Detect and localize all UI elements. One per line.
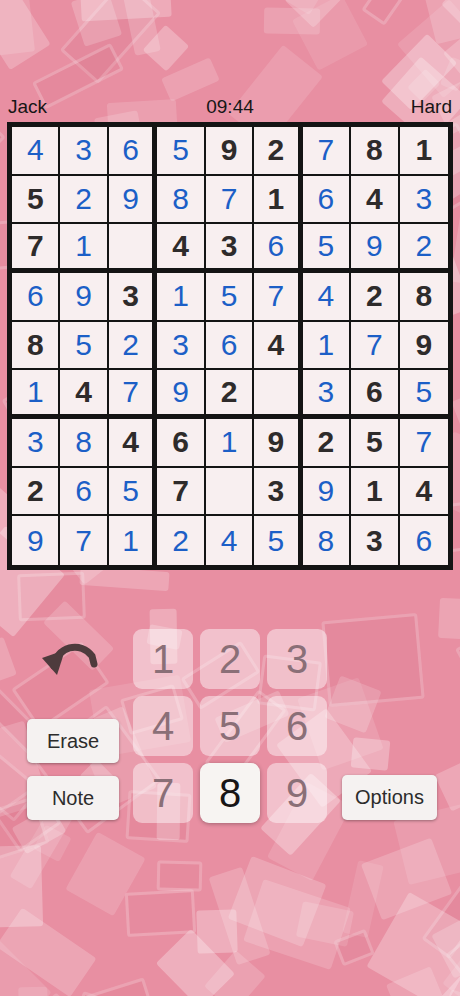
cell-r8c6[interactable]: 3 [254, 468, 302, 517]
undo-arrow-icon [41, 635, 105, 681]
cell-r9c6[interactable]: 5 [254, 516, 302, 565]
cell-r8c5[interactable] [206, 468, 254, 517]
cell-r4c7[interactable]: 4 [303, 273, 351, 322]
cell-r3c2[interactable]: 1 [60, 224, 108, 273]
cell-r5c2[interactable]: 5 [60, 322, 108, 371]
cell-r9c1[interactable]: 9 [12, 516, 60, 565]
cell-r6c8[interactable]: 6 [351, 370, 399, 419]
numpad-8-selected[interactable]: 8 [200, 763, 260, 823]
undo-button[interactable] [38, 630, 108, 686]
cell-r1c9[interactable]: 1 [400, 127, 448, 176]
cell-r3c6[interactable]: 6 [254, 224, 302, 273]
cell-r2c4[interactable]: 8 [157, 176, 205, 225]
cell-r9c5[interactable]: 4 [206, 516, 254, 565]
cell-r2c3[interactable]: 9 [109, 176, 157, 225]
cell-r3c7[interactable]: 5 [303, 224, 351, 273]
cell-r6c3[interactable]: 7 [109, 370, 157, 419]
cell-r2c6[interactable]: 1 [254, 176, 302, 225]
cell-r7c6[interactable]: 9 [254, 419, 302, 468]
cell-r1c2[interactable]: 3 [60, 127, 108, 176]
cell-r3c4[interactable]: 4 [157, 224, 205, 273]
cell-r2c8[interactable]: 4 [351, 176, 399, 225]
cell-r6c9[interactable]: 5 [400, 370, 448, 419]
cell-r7c9[interactable]: 7 [400, 419, 448, 468]
cell-r4c3[interactable]: 3 [109, 273, 157, 322]
cell-r3c9[interactable]: 2 [400, 224, 448, 273]
numpad-3[interactable]: 3 [267, 629, 327, 689]
cell-r5c6[interactable]: 4 [254, 322, 302, 371]
cell-r4c8[interactable]: 2 [351, 273, 399, 322]
cell-r2c9[interactable]: 3 [400, 176, 448, 225]
cell-r3c5[interactable]: 3 [206, 224, 254, 273]
game-timer: 09:44 [8, 96, 452, 118]
cell-r1c5[interactable]: 9 [206, 127, 254, 176]
cell-r8c1[interactable]: 2 [12, 468, 60, 517]
cell-r4c4[interactable]: 1 [157, 273, 205, 322]
cell-r5c4[interactable]: 3 [157, 322, 205, 371]
cell-r6c6[interactable] [254, 370, 302, 419]
cell-r9c3[interactable]: 1 [109, 516, 157, 565]
options-button[interactable]: Options [342, 775, 437, 820]
erase-button[interactable]: Erase [27, 719, 119, 763]
cell-r2c5[interactable]: 7 [206, 176, 254, 225]
cell-r8c8[interactable]: 1 [351, 468, 399, 517]
cell-r4c6[interactable]: 7 [254, 273, 302, 322]
cell-r3c3[interactable] [109, 224, 157, 273]
cell-r9c9[interactable]: 6 [400, 516, 448, 565]
numpad-6[interactable]: 6 [267, 696, 327, 756]
cell-r7c1[interactable]: 3 [12, 419, 60, 468]
cell-r5c7[interactable]: 1 [303, 322, 351, 371]
sudoku-board: 4365927815298716437143659269315742885236… [7, 122, 453, 570]
note-button[interactable]: Note [27, 776, 119, 820]
cell-r8c3[interactable]: 5 [109, 468, 157, 517]
numpad-2[interactable]: 2 [200, 629, 260, 689]
cell-r5c5[interactable]: 6 [206, 322, 254, 371]
numpad-1[interactable]: 1 [133, 629, 193, 689]
cell-r4c5[interactable]: 5 [206, 273, 254, 322]
cell-r6c5[interactable]: 2 [206, 370, 254, 419]
cell-r6c2[interactable]: 4 [60, 370, 108, 419]
cell-r1c1[interactable]: 4 [12, 127, 60, 176]
status-bar: Jack 09:44 Hard [8, 96, 452, 118]
cell-r7c8[interactable]: 5 [351, 419, 399, 468]
cell-r4c9[interactable]: 8 [400, 273, 448, 322]
cell-r7c4[interactable]: 6 [157, 419, 205, 468]
numpad-9[interactable]: 9 [267, 763, 327, 823]
cell-r1c7[interactable]: 7 [303, 127, 351, 176]
cell-r6c7[interactable]: 3 [303, 370, 351, 419]
cell-r9c7[interactable]: 8 [303, 516, 351, 565]
cell-r3c8[interactable]: 9 [351, 224, 399, 273]
cell-r8c7[interactable]: 9 [303, 468, 351, 517]
cell-r1c3[interactable]: 6 [109, 127, 157, 176]
cell-r7c2[interactable]: 8 [60, 419, 108, 468]
cell-r1c4[interactable]: 5 [157, 127, 205, 176]
cell-r2c7[interactable]: 6 [303, 176, 351, 225]
cell-r9c8[interactable]: 3 [351, 516, 399, 565]
cell-r2c1[interactable]: 5 [12, 176, 60, 225]
cell-r5c9[interactable]: 9 [400, 322, 448, 371]
cell-r1c6[interactable]: 2 [254, 127, 302, 176]
cell-r7c3[interactable]: 4 [109, 419, 157, 468]
cell-r3c1[interactable]: 7 [12, 224, 60, 273]
cell-r5c8[interactable]: 7 [351, 322, 399, 371]
cell-r1c8[interactable]: 8 [351, 127, 399, 176]
cell-r5c1[interactable]: 8 [12, 322, 60, 371]
cell-r7c5[interactable]: 1 [206, 419, 254, 468]
cell-r8c2[interactable]: 6 [60, 468, 108, 517]
cell-r4c1[interactable]: 6 [12, 273, 60, 322]
numpad-4[interactable]: 4 [133, 696, 193, 756]
cell-r4c2[interactable]: 9 [60, 273, 108, 322]
numpad-7[interactable]: 7 [133, 763, 193, 823]
cell-r8c4[interactable]: 7 [157, 468, 205, 517]
cell-r6c1[interactable]: 1 [12, 370, 60, 419]
numpad-5[interactable]: 5 [200, 696, 260, 756]
cell-r2c2[interactable]: 2 [60, 176, 108, 225]
cell-r7c7[interactable]: 2 [303, 419, 351, 468]
cell-r8c9[interactable]: 4 [400, 468, 448, 517]
cell-r9c2[interactable]: 7 [60, 516, 108, 565]
number-pad: 123456789 [133, 629, 327, 823]
cell-r6c4[interactable]: 9 [157, 370, 205, 419]
cell-r9c4[interactable]: 2 [157, 516, 205, 565]
cell-r5c3[interactable]: 2 [109, 322, 157, 371]
